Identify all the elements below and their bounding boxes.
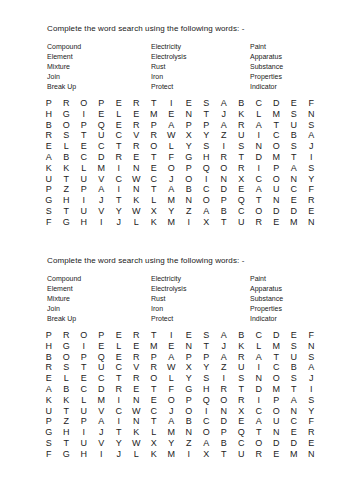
grid-cell: P — [268, 395, 286, 406]
grid-cell: I — [250, 163, 268, 174]
grid-cell: P — [180, 352, 198, 363]
grid-cell: J — [93, 195, 111, 206]
grid-cell: L — [128, 217, 146, 228]
grid-cell: T — [198, 341, 216, 352]
grid-cell: Y — [163, 206, 181, 217]
grid-cell: R — [58, 330, 76, 341]
grid-cell: G — [58, 217, 76, 228]
grid-cell: C — [110, 174, 128, 185]
word-list: CompoundElementMixtureJoinBreak Up Elect… — [47, 42, 337, 92]
grid-cell: C — [93, 141, 111, 152]
grid-cell: V — [128, 362, 146, 373]
grid-cell: N — [180, 427, 198, 438]
grid-cell: Y — [180, 373, 198, 384]
grid-cell: M — [93, 395, 111, 406]
grid-cell: R — [233, 352, 251, 363]
grid-cell: B — [233, 98, 251, 109]
grid-cell: P — [180, 395, 198, 406]
grid-cell: H — [58, 427, 76, 438]
grid-cell: K — [58, 163, 76, 174]
word-label: Apparatus — [250, 52, 337, 62]
grid-cell: N — [180, 109, 198, 120]
grid-cell: Z — [58, 184, 76, 195]
grid-cell: T — [110, 427, 128, 438]
grid-cell: P — [75, 184, 93, 195]
word-label: Substance — [250, 294, 337, 304]
grid-cell: I — [250, 395, 268, 406]
grid-cell: A — [93, 416, 111, 427]
grid-cell: O — [163, 163, 181, 174]
grid-cell: C — [110, 130, 128, 141]
grid-cell: H — [40, 109, 58, 120]
grid-cell: F — [40, 217, 58, 228]
grid-cell: E — [145, 395, 163, 406]
grid-cell: M — [163, 195, 181, 206]
grid-cell: S — [285, 373, 303, 384]
grid-cell: N — [268, 427, 286, 438]
grid-cell: P — [75, 352, 93, 363]
grid-cell: E — [233, 416, 251, 427]
word-label: Join — [47, 304, 151, 314]
grid-cell: L — [75, 395, 93, 406]
grid-cell: S — [198, 373, 216, 384]
grid-cell: C — [110, 362, 128, 373]
grid-cell: V — [128, 130, 146, 141]
grid-cell: T — [215, 449, 233, 460]
grid-cell: U — [75, 174, 93, 185]
grid-cell: P — [180, 120, 198, 131]
grid-cell: C — [198, 184, 216, 195]
grid-cell: E — [285, 195, 303, 206]
grid-cell: I — [198, 406, 216, 417]
grid-cell: U — [285, 120, 303, 131]
grid-cell: I — [163, 98, 181, 109]
grid-cell: O — [58, 352, 76, 363]
grid-cell: R — [110, 152, 128, 163]
grid-cell: L — [58, 141, 76, 152]
grid-cell: O — [268, 174, 286, 185]
grid-cell: F — [303, 184, 321, 195]
grid-cell: A — [163, 352, 181, 363]
grid-cell: K — [145, 449, 163, 460]
grid-cell: I — [110, 416, 128, 427]
grid-cell: C — [250, 98, 268, 109]
grid-cell: M — [268, 109, 286, 120]
word-search-grid: PROPERTIESABCDEFHGIELEMENTJKLMSNBOPQERPA… — [40, 330, 320, 460]
grid-cell: T — [145, 384, 163, 395]
grid-cell: I — [180, 217, 198, 228]
grid-cell: G — [180, 152, 198, 163]
grid-cell: E — [180, 98, 198, 109]
grid-cell: Y — [110, 438, 128, 449]
word-label: Paint — [250, 42, 337, 52]
grid-cell: U — [75, 406, 93, 417]
grid-cell: Q — [233, 195, 251, 206]
grid-cell: R — [233, 163, 251, 174]
grid-cell: B — [215, 206, 233, 217]
grid-cell: K — [145, 217, 163, 228]
grid-cell: J — [215, 109, 233, 120]
grid-cell: C — [233, 206, 251, 217]
grid-cell: T — [58, 174, 76, 185]
grid-cell: O — [75, 330, 93, 341]
grid-cell: O — [75, 98, 93, 109]
word-label: Rust — [151, 294, 250, 304]
grid-cell: E — [303, 206, 321, 217]
grid-cell: M — [163, 217, 181, 228]
grid-cell: R — [303, 427, 321, 438]
word-label: Properties — [250, 72, 337, 82]
grid-cell: K — [128, 195, 146, 206]
grid-cell: I — [75, 427, 93, 438]
grid-cell: J — [163, 174, 181, 185]
grid-cell: J — [163, 406, 181, 417]
grid-cell: R — [233, 395, 251, 406]
grid-cell: D — [268, 206, 286, 217]
grid-cell: A — [250, 184, 268, 195]
grid-cell: S — [285, 341, 303, 352]
grid-cell: S — [233, 141, 251, 152]
grid-cell: L — [250, 341, 268, 352]
grid-cell: G — [58, 341, 76, 352]
grid-cell: D — [93, 384, 111, 395]
grid-cell: O — [250, 206, 268, 217]
grid-cell: O — [180, 174, 198, 185]
word-label: Join — [47, 72, 151, 82]
grid-cell: R — [128, 120, 146, 131]
worksheet-section-1: Complete the word search using the follo… — [47, 24, 337, 228]
grid-cell: D — [93, 152, 111, 163]
word-list: CompoundElementMixtureJoinBreak Up Elect… — [47, 274, 337, 324]
grid-cell: F — [303, 98, 321, 109]
grid-cell: C — [233, 438, 251, 449]
grid-cell: U — [233, 217, 251, 228]
grid-cell: S — [285, 141, 303, 152]
grid-cell: S — [40, 438, 58, 449]
grid-cell: W — [128, 174, 146, 185]
grid-cell: E — [128, 152, 146, 163]
grid-cell: P — [198, 120, 216, 131]
grid-cell: M — [145, 341, 163, 352]
grid-cell: L — [163, 141, 181, 152]
grid-cell: S — [40, 206, 58, 217]
grid-cell: E — [285, 427, 303, 438]
grid-cell: E — [40, 373, 58, 384]
grid-cell: O — [180, 406, 198, 417]
grid-cell: A — [215, 120, 233, 131]
word-label: Element — [47, 52, 151, 62]
grid-cell: J — [110, 217, 128, 228]
grid-cell: N — [303, 341, 321, 352]
grid-cell: C — [268, 130, 286, 141]
grid-cell: E — [110, 352, 128, 363]
grid-cell: M — [285, 217, 303, 228]
grid-cell: A — [303, 362, 321, 373]
grid-cell: T — [145, 184, 163, 195]
word-label: Element — [47, 284, 151, 294]
grid-cell: I — [110, 184, 128, 195]
grid-cell: S — [303, 163, 321, 174]
grid-cell: A — [250, 352, 268, 363]
grid-cell: T — [75, 130, 93, 141]
grid-cell: R — [215, 384, 233, 395]
grid-cell: H — [75, 217, 93, 228]
grid-cell: I — [93, 217, 111, 228]
grid-cell: X — [180, 362, 198, 373]
word-label: Rust — [151, 62, 250, 72]
grid-cell: B — [215, 438, 233, 449]
grid-cell: H — [198, 152, 216, 163]
grid-cell: R — [128, 141, 146, 152]
grid-cell: R — [145, 130, 163, 141]
grid-cell: M — [285, 449, 303, 460]
grid-cell: P — [145, 120, 163, 131]
grid-cell: T — [233, 384, 251, 395]
grid-cell: O — [268, 406, 286, 417]
grid-cell: C — [285, 184, 303, 195]
grid-cell: I — [303, 384, 321, 395]
grid-cell: T — [58, 438, 76, 449]
grid-cell: W — [128, 206, 146, 217]
grid-cell: R — [145, 362, 163, 373]
word-label: Protect — [151, 82, 250, 92]
grid-cell: H — [58, 195, 76, 206]
grid-cell: T — [145, 416, 163, 427]
grid-cell: Q — [198, 163, 216, 174]
grid-cell: L — [145, 195, 163, 206]
grid-cell: B — [180, 416, 198, 427]
grid-cell: R — [58, 98, 76, 109]
grid-cell: L — [163, 373, 181, 384]
grid-cell: C — [250, 406, 268, 417]
grid-cell: C — [145, 406, 163, 417]
grid-cell: E — [75, 373, 93, 384]
grid-cell: A — [93, 184, 111, 195]
grid-cell: U — [285, 352, 303, 363]
grid-cell: R — [128, 352, 146, 363]
grid-cell: H — [198, 384, 216, 395]
grid-cell: A — [303, 130, 321, 141]
grid-cell: N — [128, 184, 146, 195]
grid-cell: P — [180, 163, 198, 174]
grid-cell: O — [198, 195, 216, 206]
grid-cell: T — [250, 427, 268, 438]
grid-cell: S — [58, 130, 76, 141]
word-search-grid: PROPERTIESABCDEFHGIELEMENTJKLMSNBOPQERPA… — [40, 98, 320, 228]
grid-cell: B — [58, 152, 76, 163]
grid-cell: N — [285, 174, 303, 185]
grid-cell: A — [40, 384, 58, 395]
grid-cell: I — [110, 163, 128, 174]
grid-cell: L — [58, 373, 76, 384]
grid-cell: A — [285, 395, 303, 406]
grid-cell: R — [128, 330, 146, 341]
grid-cell: U — [75, 206, 93, 217]
grid-cell: C — [268, 362, 286, 373]
grid-cell: L — [145, 427, 163, 438]
word-list-column-2: ElectricityElectrolysisRustIronProtect — [151, 274, 250, 324]
grid-cell: P — [75, 120, 93, 131]
grid-cell: O — [215, 163, 233, 174]
grid-cell: D — [250, 384, 268, 395]
grid-cell: U — [233, 362, 251, 373]
grid-cell: E — [163, 109, 181, 120]
grid-cell: L — [75, 163, 93, 174]
grid-cell: T — [75, 362, 93, 373]
grid-cell: U — [40, 174, 58, 185]
word-list-column-2: ElectricityElectrolysisRustIronProtect — [151, 42, 250, 92]
grid-cell: C — [250, 330, 268, 341]
word-label: Compound — [47, 42, 151, 52]
grid-cell: I — [215, 373, 233, 384]
grid-cell: S — [285, 109, 303, 120]
grid-cell: L — [110, 109, 128, 120]
grid-cell: A — [198, 206, 216, 217]
grid-cell: N — [250, 141, 268, 152]
grid-cell: I — [93, 449, 111, 460]
grid-cell: A — [40, 152, 58, 163]
word-label: Mixture — [47, 294, 151, 304]
grid-cell: N — [250, 373, 268, 384]
grid-cell: N — [268, 195, 286, 206]
worksheet-section-2: Complete the word search using the follo… — [47, 256, 337, 460]
grid-cell: J — [303, 373, 321, 384]
word-label: Paint — [250, 274, 337, 284]
grid-cell: J — [303, 141, 321, 152]
grid-cell: E — [233, 184, 251, 195]
grid-cell: G — [58, 449, 76, 460]
grid-cell: I — [75, 109, 93, 120]
grid-cell: B — [233, 330, 251, 341]
grid-cell: G — [180, 384, 198, 395]
grid-cell: D — [250, 152, 268, 163]
grid-cell: D — [215, 184, 233, 195]
grid-cell: S — [58, 362, 76, 373]
grid-cell: C — [110, 406, 128, 417]
grid-cell: S — [303, 395, 321, 406]
grid-cell: S — [233, 373, 251, 384]
grid-cell: A — [163, 416, 181, 427]
grid-cell: I — [75, 195, 93, 206]
grid-cell: P — [40, 184, 58, 195]
grid-cell: T — [233, 152, 251, 163]
grid-cell: Y — [110, 206, 128, 217]
grid-cell: E — [180, 330, 198, 341]
grid-cell: Z — [215, 130, 233, 141]
grid-cell: T — [145, 152, 163, 163]
grid-cell: P — [40, 98, 58, 109]
grid-cell: A — [215, 330, 233, 341]
grid-cell: R — [215, 152, 233, 163]
grid-cell: M — [163, 427, 181, 438]
grid-cell: H — [75, 449, 93, 460]
grid-cell: E — [163, 341, 181, 352]
grid-cell: C — [93, 373, 111, 384]
grid-cell: P — [198, 352, 216, 363]
word-label: Iron — [151, 72, 250, 82]
grid-cell: A — [163, 184, 181, 195]
grid-cell: X — [233, 174, 251, 185]
grid-cell: M — [268, 341, 286, 352]
grid-cell: X — [145, 206, 163, 217]
grid-cell: N — [303, 449, 321, 460]
grid-cell: C — [285, 416, 303, 427]
grid-cell: S — [303, 120, 321, 131]
word-list-column-3: PaintApparatusSubstancePropertiesIndicat… — [250, 274, 337, 324]
grid-cell: E — [268, 217, 286, 228]
word-label: Electrolysis — [151, 52, 250, 62]
grid-cell: E — [285, 98, 303, 109]
grid-cell: O — [268, 141, 286, 152]
grid-cell: K — [233, 109, 251, 120]
grid-cell: R — [110, 384, 128, 395]
grid-cell: S — [198, 330, 216, 341]
grid-cell: B — [40, 120, 58, 131]
grid-cell: N — [128, 163, 146, 174]
word-label: Break Up — [47, 82, 151, 92]
grid-cell: G — [40, 195, 58, 206]
grid-cell: S — [303, 352, 321, 363]
grid-cell: I — [303, 152, 321, 163]
grid-cell: A — [215, 98, 233, 109]
grid-cell: X — [233, 406, 251, 417]
grid-cell: N — [180, 195, 198, 206]
grid-cell: Z — [215, 362, 233, 373]
grid-cell: F — [163, 384, 181, 395]
grid-cell: T — [145, 98, 163, 109]
word-label: Indicator — [250, 82, 337, 92]
grid-cell: W — [163, 130, 181, 141]
grid-cell: R — [40, 362, 58, 373]
grid-cell: T — [250, 195, 268, 206]
grid-cell: P — [268, 163, 286, 174]
grid-cell: P — [93, 98, 111, 109]
grid-cell: T — [110, 141, 128, 152]
grid-cell: E — [303, 438, 321, 449]
grid-cell: D — [268, 330, 286, 341]
grid-cell: W — [163, 362, 181, 373]
grid-cell: P — [215, 427, 233, 438]
grid-cell: A — [198, 438, 216, 449]
grid-cell: U — [40, 406, 58, 417]
grid-cell: C — [250, 174, 268, 185]
word-label: Electricity — [151, 42, 250, 52]
grid-cell: Y — [303, 406, 321, 417]
grid-cell: A — [215, 352, 233, 363]
grid-cell: B — [40, 352, 58, 363]
grid-cell: O — [58, 120, 76, 131]
grid-cell: B — [180, 184, 198, 195]
word-label: Indicator — [250, 314, 337, 324]
grid-cell: N — [180, 341, 198, 352]
grid-cell: K — [233, 341, 251, 352]
grid-cell: E — [75, 141, 93, 152]
grid-cell: P — [40, 330, 58, 341]
grid-cell: O — [198, 427, 216, 438]
grid-cell: Q — [198, 395, 216, 406]
grid-cell: F — [303, 416, 321, 427]
grid-cell: Y — [303, 174, 321, 185]
word-label: Iron — [151, 304, 250, 314]
grid-cell: I — [250, 130, 268, 141]
grid-cell: F — [40, 449, 58, 460]
grid-cell: G — [40, 427, 58, 438]
grid-cell: X — [198, 217, 216, 228]
grid-cell: P — [75, 416, 93, 427]
grid-cell: B — [285, 362, 303, 373]
grid-cell: E — [110, 330, 128, 341]
grid-cell: I — [198, 174, 216, 185]
